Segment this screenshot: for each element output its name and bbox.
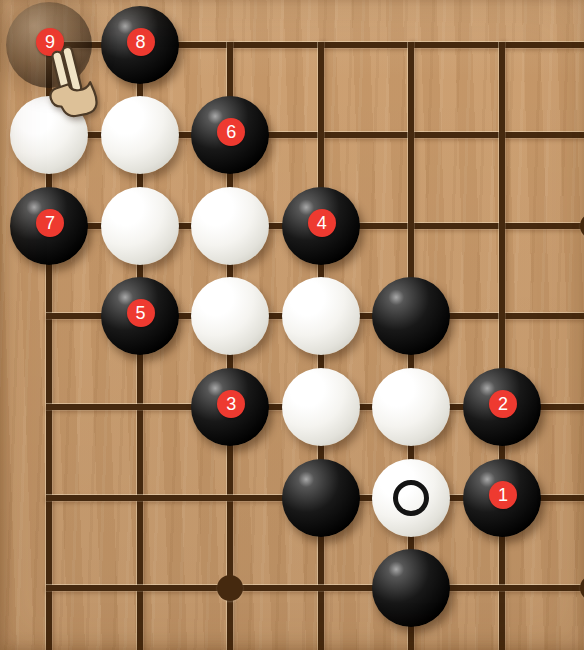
move-number-badge: 6 (217, 118, 245, 146)
white-stone (282, 277, 360, 355)
white-stone (372, 459, 450, 537)
move-number-badge: 7 (36, 209, 64, 237)
black-stone: 7 (10, 187, 88, 265)
white-stone (282, 368, 360, 446)
white-stone (372, 368, 450, 446)
grid-line-vertical (499, 42, 505, 650)
grid-line-horizontal (46, 585, 584, 591)
white-stone (191, 277, 269, 355)
go-board[interactable]: 86745321 9 (0, 0, 584, 650)
black-stone: 6 (191, 96, 269, 174)
tap-hand-icon (42, 46, 104, 118)
move-number-badge: 1 (489, 481, 517, 509)
black-stone (372, 549, 450, 627)
move-number-badge: 3 (217, 390, 245, 418)
white-stone (191, 187, 269, 265)
move-number-badge: 5 (127, 299, 155, 327)
move-number-badge: 2 (489, 390, 517, 418)
black-stone (372, 277, 450, 355)
move-number-badge: 8 (127, 28, 155, 56)
black-stone: 1 (463, 459, 541, 537)
circle-marker-icon (393, 480, 429, 516)
black-stone: 3 (191, 368, 269, 446)
white-stone (101, 96, 179, 174)
black-stone: 5 (101, 277, 179, 355)
white-stone (101, 187, 179, 265)
black-stone: 4 (282, 187, 360, 265)
move-number-badge: 4 (308, 209, 336, 237)
star-point (217, 575, 243, 601)
black-stone: 8 (101, 6, 179, 84)
black-stone (282, 459, 360, 537)
black-stone: 2 (463, 368, 541, 446)
